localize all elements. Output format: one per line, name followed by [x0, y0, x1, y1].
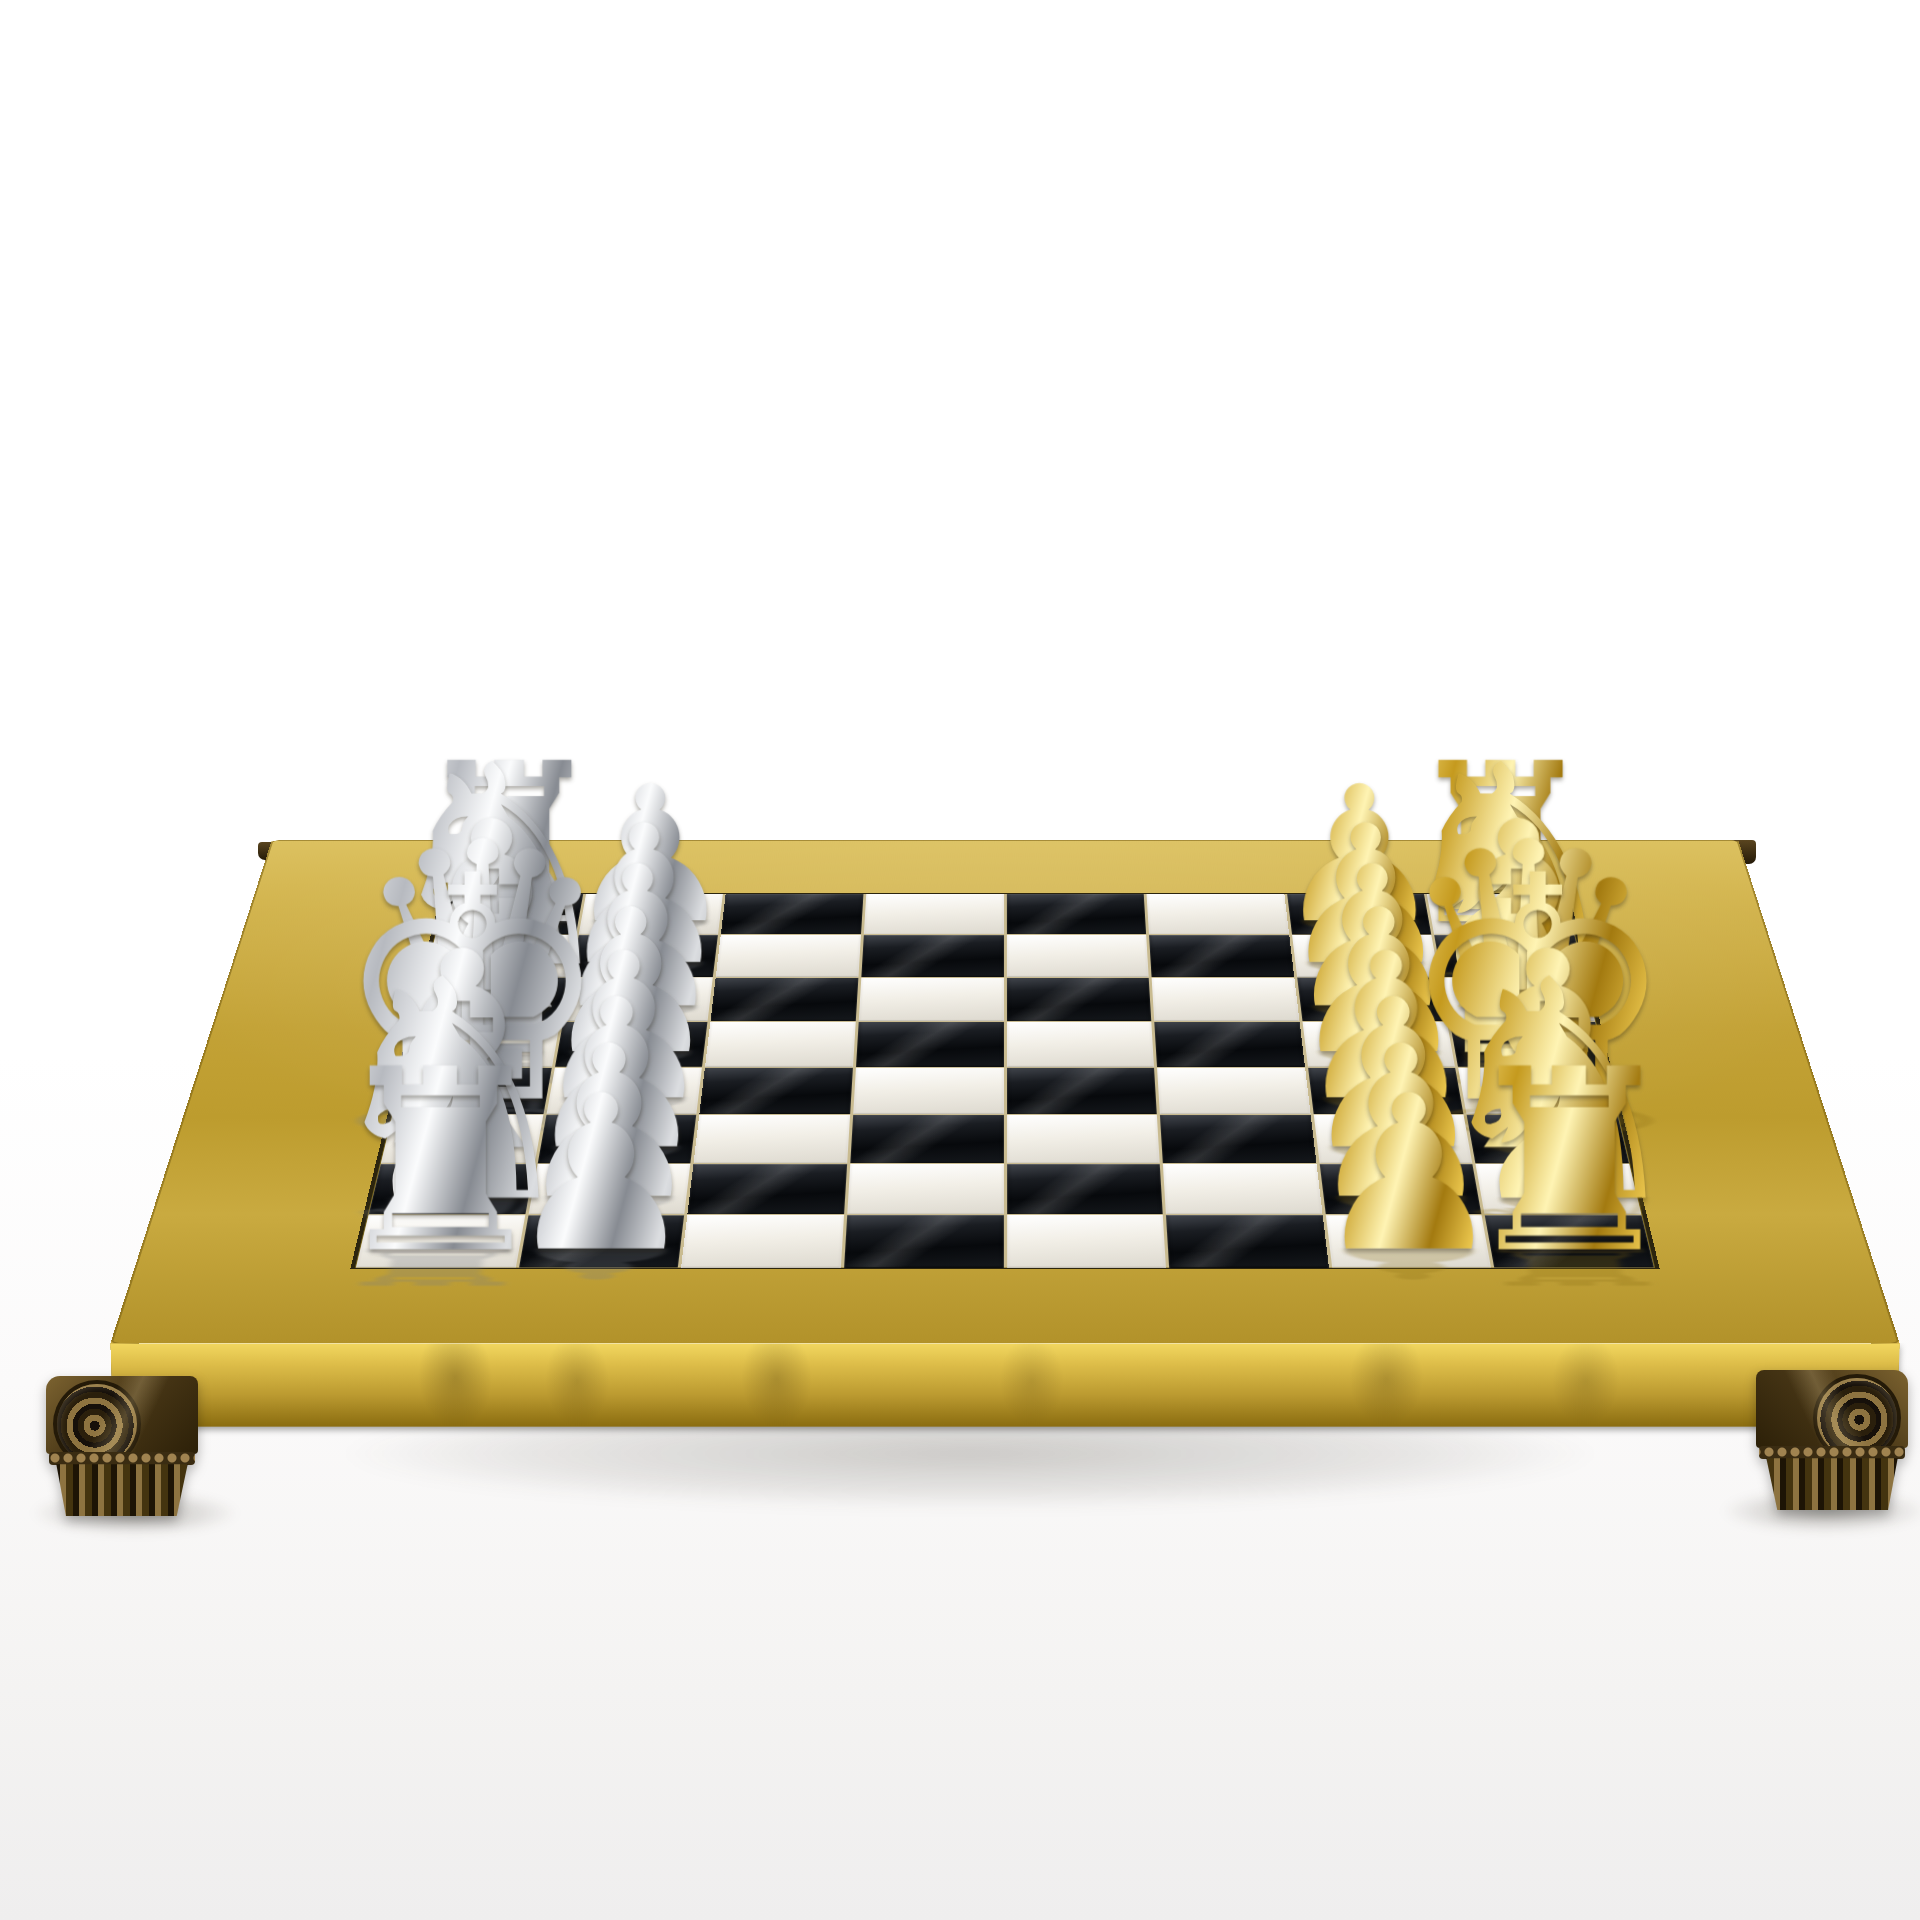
square-e3[interactable]: [700, 1067, 853, 1113]
square-d3[interactable]: [705, 1022, 855, 1067]
square-a6[interactable]: [1147, 894, 1289, 934]
board-edge-front: [110, 1343, 1899, 1426]
playing-area: ♜♜♟♟♟♟♜♜♞♞♟♟♟♟♞♞♝♝♟♟♟♟♝♝♛♛♟♟♟♟♛♛♚♚♟♟♟♟♚♚…: [350, 893, 1660, 1270]
square-f3[interactable]: [694, 1115, 850, 1163]
foot-flutes: [54, 1464, 191, 1516]
square-b6[interactable]: [1149, 935, 1294, 977]
square-g6[interactable]: [1163, 1164, 1322, 1214]
square-h1[interactable]: ♜♜: [356, 1215, 525, 1267]
corner-foot-near-right: [1756, 1370, 1908, 1510]
square-b3[interactable]: [716, 935, 861, 977]
square-d5[interactable]: [1006, 1022, 1154, 1067]
square-f5[interactable]: [1007, 1115, 1160, 1163]
board-grid[interactable]: ♜♜♟♟♟♟♜♜♞♞♟♟♟♟♞♞♝♝♟♟♟♟♝♝♛♛♟♟♟♟♛♛♚♚♟♟♟♟♚♚…: [356, 894, 1654, 1267]
corner-foot-near-left: [46, 1376, 198, 1516]
foot-beads: [1759, 1446, 1905, 1459]
board-frame: ♜♜♟♟♟♟♜♜♞♞♟♟♟♟♞♞♝♝♟♟♟♟♝♝♛♛♟♟♟♟♛♛♚♚♟♟♟♟♚♚…: [110, 840, 1899, 1343]
square-h6[interactable]: [1166, 1215, 1329, 1267]
square-f4[interactable]: [850, 1115, 1003, 1163]
square-a5[interactable]: [1006, 894, 1146, 934]
square-a3[interactable]: [721, 894, 863, 934]
square-d6[interactable]: [1154, 1022, 1304, 1067]
square-h4[interactable]: [844, 1215, 1003, 1267]
square-e5[interactable]: [1007, 1067, 1157, 1113]
foot-beads: [49, 1452, 195, 1465]
square-a4[interactable]: [864, 894, 1004, 934]
square-h3[interactable]: [681, 1215, 844, 1267]
foot-flutes: [1764, 1458, 1901, 1510]
square-b4[interactable]: [861, 935, 1003, 977]
chessboard-3d: ♜♜♟♟♟♟♜♜♞♞♟♟♟♟♞♞♝♝♟♟♟♟♝♝♛♛♟♟♟♟♛♛♚♚♟♟♟♟♚♚…: [110, 840, 1899, 1343]
reflection-of-h7: ♟: [1312, 1242, 1512, 1285]
reflection-of-h8: ♜: [1456, 1241, 1694, 1292]
square-c4[interactable]: [859, 978, 1004, 1021]
square-g4[interactable]: [847, 1164, 1003, 1214]
square-g3[interactable]: [688, 1164, 847, 1214]
square-c6[interactable]: [1152, 978, 1300, 1021]
square-c5[interactable]: [1006, 978, 1151, 1021]
foot-volute-icon: [1756, 1370, 1908, 1448]
square-b5[interactable]: [1006, 935, 1148, 977]
photo-stage: ♜♜♟♟♟♟♜♜♞♞♟♟♟♟♞♞♝♝♟♟♟♟♝♝♛♛♟♟♟♟♛♛♚♚♟♟♟♟♚♚…: [0, 0, 1920, 1920]
foot-volute-icon: [46, 1376, 198, 1454]
reflection-of-h2: ♟: [498, 1242, 698, 1285]
square-f6[interactable]: [1160, 1115, 1316, 1163]
square-g5[interactable]: [1007, 1164, 1163, 1214]
square-d4[interactable]: [856, 1022, 1004, 1067]
square-h8[interactable]: ♜♜: [1485, 1215, 1654, 1267]
square-e6[interactable]: [1157, 1067, 1310, 1113]
square-h5[interactable]: [1007, 1215, 1166, 1267]
square-e4[interactable]: [853, 1067, 1003, 1113]
square-c3[interactable]: [711, 978, 859, 1021]
